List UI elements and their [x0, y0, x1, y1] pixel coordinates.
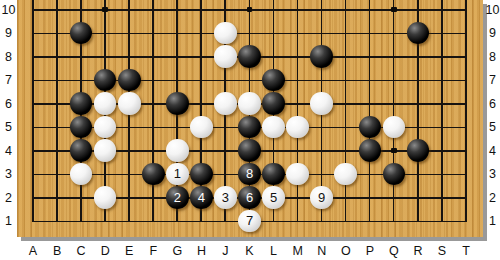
row-label-left-8: 8 [0, 49, 17, 65]
stone-black-H2[interactable]: 4 [190, 186, 213, 209]
row-label-left-1: 1 [0, 213, 17, 229]
stone-white-L5[interactable] [262, 116, 285, 139]
col-label-D: D [97, 243, 114, 259]
move-number: 1 [174, 167, 181, 180]
row-label-right-3: 3 [484, 166, 500, 182]
row-label-right-4: 4 [484, 143, 500, 159]
col-label-M: M [289, 243, 306, 259]
col-label-O: O [337, 243, 354, 259]
go-diagram: 824613597 10987654321 10987654321 ABCDEF… [0, 0, 500, 260]
col-label-P: P [361, 243, 378, 259]
stone-black-R4[interactable] [407, 139, 430, 162]
star-point-D10 [102, 7, 108, 13]
row-label-right-7: 7 [484, 72, 500, 88]
stone-white-N2[interactable]: 9 [310, 186, 333, 209]
stone-black-K8[interactable] [238, 45, 261, 68]
col-label-C: C [73, 243, 90, 259]
row-label-left-7: 7 [0, 72, 17, 88]
stone-white-M3[interactable] [286, 163, 309, 186]
stone-black-C4[interactable] [70, 139, 93, 162]
move-number: 4 [198, 190, 205, 203]
stone-white-J9[interactable] [214, 22, 237, 45]
stone-black-G6[interactable] [166, 92, 189, 115]
star-point-Q4 [391, 148, 397, 154]
stone-black-K5[interactable] [238, 116, 261, 139]
col-label-Q: Q [385, 243, 402, 259]
stone-white-G3[interactable]: 1 [166, 163, 189, 186]
move-number: 8 [246, 167, 253, 180]
col-label-J: J [217, 243, 234, 259]
stone-white-L2[interactable]: 5 [262, 186, 285, 209]
stone-white-J8[interactable] [214, 45, 237, 68]
move-number: 5 [270, 190, 277, 203]
stone-white-K6[interactable] [238, 92, 261, 115]
row-label-right-10: 10 [484, 2, 500, 18]
row-label-left-9: 9 [0, 25, 17, 41]
stone-black-P4[interactable] [359, 139, 382, 162]
stone-black-L3[interactable] [262, 163, 285, 186]
stone-black-N8[interactable] [310, 45, 333, 68]
col-label-B: B [49, 243, 66, 259]
move-number: 9 [318, 190, 325, 203]
col-label-F: F [145, 243, 162, 259]
stone-black-L6[interactable] [262, 92, 285, 115]
stone-black-H3[interactable] [190, 163, 213, 186]
stone-black-K2[interactable]: 6 [238, 186, 261, 209]
row-label-left-4: 4 [0, 143, 17, 159]
star-point-K10 [247, 7, 253, 13]
stone-white-M5[interactable] [286, 116, 309, 139]
col-label-T: T [458, 243, 475, 259]
stone-white-G4[interactable] [166, 139, 189, 162]
stone-black-E7[interactable] [118, 69, 141, 92]
move-number: 7 [246, 214, 253, 227]
move-number: 6 [246, 190, 253, 203]
stone-white-K1[interactable]: 7 [238, 210, 261, 233]
col-label-R: R [409, 243, 426, 259]
row-label-left-3: 3 [0, 166, 17, 182]
move-number: 3 [222, 190, 229, 203]
row-label-left-6: 6 [0, 96, 17, 112]
row-label-right-9: 9 [484, 25, 500, 41]
stone-black-G2[interactable]: 2 [166, 186, 189, 209]
col-label-G: G [169, 243, 186, 259]
stone-black-C6[interactable] [70, 92, 93, 115]
stone-white-N6[interactable] [310, 92, 333, 115]
row-label-left-5: 5 [0, 119, 17, 135]
row-label-right-2: 2 [484, 190, 500, 206]
move-number: 2 [174, 190, 181, 203]
col-label-E: E [121, 243, 138, 259]
row-label-left-2: 2 [0, 190, 17, 206]
stone-white-D4[interactable] [94, 139, 117, 162]
stone-white-H5[interactable] [190, 116, 213, 139]
row-label-right-6: 6 [484, 96, 500, 112]
stone-black-K3[interactable]: 8 [238, 163, 261, 186]
stone-white-J6[interactable] [214, 92, 237, 115]
stone-white-D6[interactable] [94, 92, 117, 115]
stone-black-F3[interactable] [142, 163, 165, 186]
row-label-right-8: 8 [484, 49, 500, 65]
col-label-N: N [313, 243, 330, 259]
stone-white-J2[interactable]: 3 [214, 186, 237, 209]
row-label-left-10: 10 [0, 2, 17, 18]
row-label-right-5: 5 [484, 119, 500, 135]
col-label-L: L [265, 243, 282, 259]
col-label-H: H [193, 243, 210, 259]
col-label-A: A [25, 243, 42, 259]
stone-black-K4[interactable] [238, 139, 261, 162]
stone-white-D2[interactable] [94, 186, 117, 209]
star-point-Q10 [391, 7, 397, 13]
stone-black-L7[interactable] [262, 69, 285, 92]
row-label-right-1: 1 [484, 213, 500, 229]
col-label-K: K [241, 243, 258, 259]
stone-white-E6[interactable] [118, 92, 141, 115]
col-label-S: S [434, 243, 451, 259]
